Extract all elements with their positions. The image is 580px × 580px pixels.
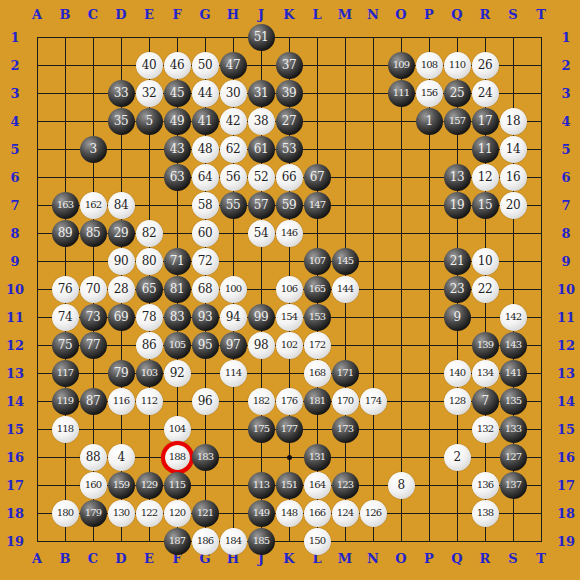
stone[interactable]: 166 (304, 500, 331, 527)
stone[interactable]: 106 (276, 276, 303, 303)
stone[interactable]: 33 (108, 80, 135, 107)
stone[interactable]: 160 (80, 472, 107, 499)
move-number: 22 (478, 283, 492, 295)
col-label-top: R (475, 8, 495, 21)
move-number: 116 (113, 396, 130, 406)
move-number: 147 (309, 200, 326, 210)
col-label-top: G (195, 8, 215, 21)
stone[interactable]: 99 (248, 304, 275, 331)
stone[interactable]: 43 (164, 136, 191, 163)
stone[interactable]: 185 (248, 528, 275, 555)
stone[interactable]: 92 (164, 360, 191, 387)
stone[interactable]: 32 (136, 80, 163, 107)
stone[interactable]: 173 (332, 416, 359, 443)
stone[interactable]: 60 (192, 220, 219, 247)
move-number: 17 (478, 115, 492, 127)
stone[interactable]: 29 (108, 220, 135, 247)
col-label-bottom: R (475, 552, 495, 565)
stone[interactable]: 56 (220, 164, 247, 191)
move-number: 2 (453, 451, 460, 463)
stone[interactable]: 104 (164, 416, 191, 443)
row-label-left: 4 (3, 115, 27, 128)
move-number: 163 (57, 200, 74, 210)
grid-line-v (373, 37, 374, 542)
row-label-right: 14 (554, 395, 578, 408)
move-number: 99 (254, 311, 268, 323)
move-number: 118 (57, 424, 74, 434)
stone[interactable]: 90 (108, 248, 135, 275)
move-number: 3 (89, 143, 96, 155)
stone[interactable]: 82 (136, 220, 163, 247)
stone[interactable]: 74 (52, 304, 79, 331)
move-number: 159 (113, 480, 130, 490)
stone[interactable]: 21 (444, 248, 471, 275)
move-number: 187 (169, 536, 186, 546)
stone[interactable]: 67 (304, 164, 331, 191)
stone[interactable]: 42 (220, 108, 247, 135)
stone[interactable]: 94 (220, 304, 247, 331)
row-label-right: 16 (554, 451, 578, 464)
goban[interactable]: AABBCCDDEEFFGGHHJJKKLLMMNNOOPPQQRRSSTT11… (0, 0, 580, 580)
stone[interactable]: 22 (472, 276, 499, 303)
stone[interactable]: 76 (52, 276, 79, 303)
stone[interactable]: 98 (248, 332, 275, 359)
stone[interactable]: 107 (304, 248, 331, 275)
stone[interactable]: 143 (500, 332, 527, 359)
stone[interactable]: 14 (500, 136, 527, 163)
stone[interactable]: 86 (136, 332, 163, 359)
move-number: 38 (254, 115, 268, 127)
move-number: 100 (225, 284, 242, 294)
stone[interactable]: 132 (472, 416, 499, 443)
move-number: 149 (253, 508, 270, 518)
stone[interactable]: 57 (248, 192, 275, 219)
stone[interactable]: 45 (164, 80, 191, 107)
stone[interactable]: 37 (276, 52, 303, 79)
stone[interactable]: 13 (444, 164, 471, 191)
move-number: 46 (170, 59, 184, 71)
stone[interactable]: 84 (108, 192, 135, 219)
row-label-right: 3 (554, 87, 578, 100)
row-label-left: 10 (3, 283, 27, 296)
move-number: 81 (170, 283, 184, 295)
stone[interactable]: 97 (220, 332, 247, 359)
stone[interactable]: 174 (360, 388, 387, 415)
move-number: 134 (477, 368, 494, 378)
stone[interactable]: 28 (108, 276, 135, 303)
stone[interactable]: 138 (472, 500, 499, 527)
stone[interactable]: 129 (136, 472, 163, 499)
move-number: 140 (449, 368, 466, 378)
stone[interactable]: 11 (472, 136, 499, 163)
stone[interactable]: 111 (388, 80, 415, 107)
move-number: 85 (86, 227, 100, 239)
move-number: 136 (477, 480, 494, 490)
stone[interactable]: 95 (192, 332, 219, 359)
stone[interactable]: 133 (500, 416, 527, 443)
stone[interactable]: 187 (164, 528, 191, 555)
move-number: 20 (506, 199, 520, 211)
stone[interactable]: 157 (444, 108, 471, 135)
stone[interactable]: 170 (332, 388, 359, 415)
stone[interactable]: 128 (444, 388, 471, 415)
move-number: 57 (254, 199, 268, 211)
move-number: 154 (281, 312, 298, 322)
stone[interactable]: 182 (248, 388, 275, 415)
stone[interactable]: 12 (472, 164, 499, 191)
stone[interactable]: 1 (416, 108, 443, 135)
move-number: 165 (309, 284, 326, 294)
stone[interactable]: 93 (192, 304, 219, 331)
row-label-right: 19 (554, 535, 578, 548)
stone[interactable]: 62 (220, 136, 247, 163)
stone[interactable]: 168 (304, 360, 331, 387)
stone[interactable]: 26 (472, 52, 499, 79)
stone[interactable]: 65 (136, 276, 163, 303)
move-number: 42 (226, 115, 240, 127)
stone[interactable]: 137 (500, 472, 527, 499)
move-number: 18 (506, 115, 520, 127)
stone[interactable]: 17 (472, 108, 499, 135)
col-label-top: P (419, 8, 439, 21)
move-number: 55 (226, 199, 240, 211)
stone[interactable]: 140 (444, 360, 471, 387)
stone[interactable]: 15 (472, 192, 499, 219)
move-number: 11 (478, 143, 492, 155)
stone[interactable]: 69 (108, 304, 135, 331)
stone[interactable]: 46 (164, 52, 191, 79)
stone[interactable]: 175 (248, 416, 275, 443)
stone[interactable]: 164 (304, 472, 331, 499)
move-number: 92 (170, 367, 184, 379)
stone[interactable]: 127 (500, 444, 527, 471)
stone[interactable]: 16 (500, 164, 527, 191)
stone[interactable]: 30 (220, 80, 247, 107)
stone[interactable]: 145 (332, 248, 359, 275)
row-label-left: 15 (3, 423, 27, 436)
move-number: 143 (505, 340, 522, 350)
stone[interactable]: 153 (304, 304, 331, 331)
move-number: 120 (169, 508, 186, 518)
move-number: 151 (281, 480, 298, 490)
move-number: 177 (281, 424, 298, 434)
stone[interactable]: 119 (52, 388, 79, 415)
move-number: 123 (337, 480, 354, 490)
move-number: 44 (198, 87, 212, 99)
move-number: 111 (393, 88, 410, 98)
stone[interactable]: 134 (472, 360, 499, 387)
move-number: 112 (141, 396, 158, 406)
stone[interactable]: 100 (220, 276, 247, 303)
col-label-top: N (363, 8, 383, 21)
move-number: 96 (198, 395, 212, 407)
move-number: 108 (421, 60, 438, 70)
stone[interactable]: 9 (444, 304, 471, 331)
move-number: 5 (145, 115, 152, 127)
move-number: 89 (58, 227, 72, 239)
move-number: 95 (198, 339, 212, 351)
stone[interactable]: 148 (276, 500, 303, 527)
move-number: 29 (114, 227, 128, 239)
move-number: 69 (114, 311, 128, 323)
col-label-bottom: D (111, 552, 131, 565)
stone[interactable]: 124 (332, 500, 359, 527)
stone[interactable]: 126 (360, 500, 387, 527)
stone[interactable]: 144 (332, 276, 359, 303)
move-number: 93 (198, 311, 212, 323)
stone[interactable]: 80 (136, 248, 163, 275)
stone[interactable]: 163 (52, 192, 79, 219)
stone[interactable]: 136 (472, 472, 499, 499)
stone[interactable]: 96 (192, 388, 219, 415)
stone[interactable]: 5 (136, 108, 163, 135)
star-point (287, 455, 292, 460)
col-label-top: T (531, 8, 551, 21)
stone[interactable]: 123 (332, 472, 359, 499)
stone[interactable]: 183 (192, 444, 219, 471)
col-label-top: E (139, 8, 159, 21)
stone[interactable]: 130 (108, 500, 135, 527)
stone[interactable]: 131 (304, 444, 331, 471)
stone[interactable]: 50 (192, 52, 219, 79)
move-number: 64 (198, 171, 212, 183)
col-label-bottom: B (55, 552, 75, 565)
row-label-left: 13 (3, 367, 27, 380)
stone[interactable]: 139 (472, 332, 499, 359)
row-label-right: 2 (554, 59, 578, 72)
stone[interactable]: 31 (248, 80, 275, 107)
stone[interactable]: 146 (276, 220, 303, 247)
stone[interactable]: 159 (108, 472, 135, 499)
row-label-left: 9 (3, 255, 27, 268)
stone[interactable]: 27 (276, 108, 303, 135)
move-number: 144 (337, 284, 354, 294)
stone[interactable]: 83 (164, 304, 191, 331)
stone[interactable]: 113 (248, 472, 275, 499)
stone[interactable]: 114 (220, 360, 247, 387)
stone[interactable]: 108 (416, 52, 443, 79)
move-number: 28 (114, 283, 128, 295)
stone[interactable]: 147 (304, 192, 331, 219)
stone[interactable]: 171 (332, 360, 359, 387)
stone[interactable]: 102 (276, 332, 303, 359)
stone[interactable]: 59 (276, 192, 303, 219)
move-number: 141 (505, 368, 522, 378)
stone[interactable]: 122 (136, 500, 163, 527)
stone[interactable]: 118 (52, 416, 79, 443)
move-number: 68 (198, 283, 212, 295)
col-label-bottom: N (363, 552, 383, 565)
move-number: 83 (170, 311, 184, 323)
stone[interactable]: 52 (248, 164, 275, 191)
move-number: 179 (85, 508, 102, 518)
row-label-right: 8 (554, 227, 578, 240)
stone[interactable]: 77 (80, 332, 107, 359)
stone[interactable]: 53 (276, 136, 303, 163)
move-number: 48 (198, 143, 212, 155)
stone[interactable]: 179 (80, 500, 107, 527)
stone[interactable]: 71 (164, 248, 191, 275)
move-number: 23 (450, 283, 464, 295)
move-number: 142 (505, 312, 522, 322)
move-number: 132 (477, 424, 494, 434)
stone[interactable]: 4 (108, 444, 135, 471)
stone[interactable]: 47 (220, 52, 247, 79)
col-label-top: O (391, 8, 411, 21)
stone[interactable]: 112 (136, 388, 163, 415)
stone[interactable]: 115 (164, 472, 191, 499)
stone[interactable]: 117 (52, 360, 79, 387)
move-number: 157 (449, 116, 466, 126)
col-label-top: A (27, 8, 47, 21)
move-number: 9 (453, 311, 460, 323)
stone[interactable]: 156 (416, 80, 443, 107)
stone[interactable]: 38 (248, 108, 275, 135)
stone[interactable]: 78 (136, 304, 163, 331)
move-number: 115 (169, 480, 186, 490)
stone[interactable]: 116 (108, 388, 135, 415)
col-label-top: Q (447, 8, 467, 21)
stone[interactable]: 141 (500, 360, 527, 387)
row-label-right: 17 (554, 479, 578, 492)
stone[interactable]: 68 (192, 276, 219, 303)
stone[interactable]: 7 (472, 388, 499, 415)
stone[interactable]: 24 (472, 80, 499, 107)
stone[interactable]: 18 (500, 108, 527, 135)
stone[interactable]: 3 (80, 136, 107, 163)
stone[interactable]: 79 (108, 360, 135, 387)
stone[interactable]: 162 (80, 192, 107, 219)
stone[interactable]: 75 (52, 332, 79, 359)
col-label-top: H (223, 8, 243, 21)
stone[interactable]: 2 (444, 444, 471, 471)
stone[interactable]: 20 (500, 192, 527, 219)
stone[interactable]: 41 (192, 108, 219, 135)
move-number: 10 (478, 255, 492, 267)
row-label-right: 18 (554, 507, 578, 520)
row-label-right: 15 (554, 423, 578, 436)
col-label-bottom: Q (447, 552, 467, 565)
stone[interactable]: 177 (276, 416, 303, 443)
move-number: 4 (117, 451, 124, 463)
stone[interactable]: 105 (164, 332, 191, 359)
stone[interactable]: 186 (192, 528, 219, 555)
move-number: 52 (254, 171, 268, 183)
move-number: 104 (169, 424, 186, 434)
move-number: 164 (309, 480, 326, 490)
move-number: 37 (282, 59, 296, 71)
move-number: 73 (86, 311, 100, 323)
move-number: 72 (198, 255, 212, 267)
stone[interactable]: 63 (164, 164, 191, 191)
stone[interactable]: 19 (444, 192, 471, 219)
stone[interactable]: 165 (304, 276, 331, 303)
move-number: 67 (310, 171, 324, 183)
stone[interactable]: 72 (192, 248, 219, 275)
stone[interactable]: 35 (108, 108, 135, 135)
stone[interactable]: 176 (276, 388, 303, 415)
move-number: 188 (169, 452, 186, 462)
move-number: 102 (281, 340, 298, 350)
row-label-right: 1 (554, 31, 578, 44)
stone[interactable]: 54 (248, 220, 275, 247)
stone[interactable]: 88 (80, 444, 107, 471)
move-number: 62 (226, 143, 240, 155)
move-number: 180 (57, 508, 74, 518)
stone[interactable]: 151 (276, 472, 303, 499)
move-number: 184 (225, 536, 242, 546)
stone[interactable]: 40 (136, 52, 163, 79)
move-number: 174 (365, 396, 382, 406)
stone[interactable]: 172 (304, 332, 331, 359)
move-number: 160 (85, 480, 102, 490)
row-label-right: 4 (554, 115, 578, 128)
move-number: 130 (113, 508, 130, 518)
stone[interactable]: 48 (192, 136, 219, 163)
row-label-left: 6 (3, 171, 27, 184)
stone[interactable]: 120 (164, 500, 191, 527)
stone[interactable]: 64 (192, 164, 219, 191)
stone[interactable]: 87 (80, 388, 107, 415)
stone[interactable]: 51 (248, 24, 275, 51)
move-number: 35 (114, 115, 128, 127)
move-number: 97 (226, 339, 240, 351)
stone-last-move[interactable]: 188 (161, 441, 194, 474)
stone[interactable]: 73 (80, 304, 107, 331)
stone[interactable]: 180 (52, 500, 79, 527)
stone[interactable]: 49 (164, 108, 191, 135)
stone[interactable]: 44 (192, 80, 219, 107)
stone[interactable]: 55 (220, 192, 247, 219)
stone[interactable]: 109 (388, 52, 415, 79)
move-number: 133 (505, 424, 522, 434)
col-label-top: M (335, 8, 355, 21)
stone[interactable]: 85 (80, 220, 107, 247)
stone[interactable]: 39 (276, 80, 303, 107)
stone[interactable]: 149 (248, 500, 275, 527)
move-number: 21 (450, 255, 464, 267)
stone[interactable]: 81 (164, 276, 191, 303)
stone[interactable]: 150 (304, 528, 331, 555)
row-label-left: 7 (3, 199, 27, 212)
stone[interactable]: 184 (220, 528, 247, 555)
move-number: 84 (114, 199, 128, 211)
stone[interactable]: 154 (276, 304, 303, 331)
stone[interactable]: 110 (444, 52, 471, 79)
stone[interactable]: 135 (500, 388, 527, 415)
stone[interactable]: 66 (276, 164, 303, 191)
stone[interactable]: 8 (388, 472, 415, 499)
stone[interactable]: 61 (248, 136, 275, 163)
move-number: 183 (197, 452, 214, 462)
stone[interactable]: 103 (136, 360, 163, 387)
move-number: 59 (282, 199, 296, 211)
stone[interactable]: 89 (52, 220, 79, 247)
move-number: 77 (86, 339, 100, 351)
stone[interactable]: 142 (500, 304, 527, 331)
stone[interactable]: 181 (304, 388, 331, 415)
stone[interactable]: 58 (192, 192, 219, 219)
col-label-top: L (307, 8, 327, 21)
stone[interactable]: 121 (192, 500, 219, 527)
row-label-right: 9 (554, 255, 578, 268)
stone[interactable]: 23 (444, 276, 471, 303)
stone[interactable]: 70 (80, 276, 107, 303)
stone[interactable]: 25 (444, 80, 471, 107)
stone[interactable]: 10 (472, 248, 499, 275)
move-number: 182 (253, 396, 270, 406)
move-number: 103 (141, 368, 158, 378)
